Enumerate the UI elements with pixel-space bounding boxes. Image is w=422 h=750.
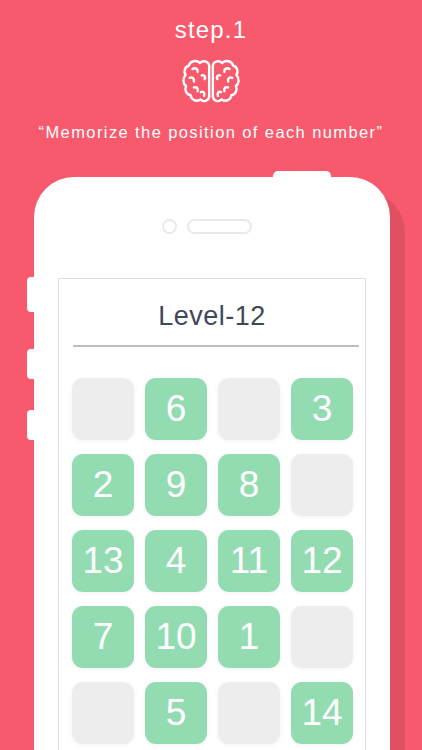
tile-number-label: 2 [93, 464, 114, 506]
tile-empty[interactable] [218, 378, 280, 440]
phone-camera-icon [162, 219, 177, 234]
tile-number-label: 6 [166, 388, 187, 430]
tile-empty[interactable] [291, 606, 353, 668]
tile-number-label: 14 [301, 692, 342, 734]
tile-number[interactable]: 12 [291, 530, 353, 592]
tile-number-label: 8 [239, 464, 260, 506]
tile-number[interactable]: 10 [145, 606, 207, 668]
tile-number-label: 7 [93, 616, 114, 658]
tile-number-label: 9 [166, 464, 187, 506]
tile-number-label: 5 [166, 692, 187, 734]
tile-number-label: 13 [82, 540, 123, 582]
tile-number[interactable]: 5 [145, 682, 207, 744]
tile-number[interactable]: 8 [218, 454, 280, 516]
tile-empty[interactable] [72, 378, 134, 440]
tile-number[interactable]: 4 [145, 530, 207, 592]
tile-number[interactable]: 7 [72, 606, 134, 668]
app-screen: Level-12 6329813411127101514 [58, 278, 366, 750]
level-title: Level-12 [59, 301, 365, 332]
tile-number-label: 11 [230, 540, 268, 582]
tile-number[interactable]: 13 [72, 530, 134, 592]
tile-number-label: 3 [312, 388, 333, 430]
tile-number[interactable]: 3 [291, 378, 353, 440]
tile-number[interactable]: 11 [218, 530, 280, 592]
tile-number[interactable]: 14 [291, 682, 353, 744]
tile-number-label: 1 [239, 616, 260, 658]
tile-number[interactable]: 6 [145, 378, 207, 440]
tile-number[interactable]: 9 [145, 454, 207, 516]
step-title: step.1 [0, 16, 422, 44]
title-divider [73, 345, 359, 347]
tile-grid: 6329813411127101514 [72, 378, 353, 744]
tile-empty[interactable] [291, 454, 353, 516]
tile-number-label: 10 [155, 616, 196, 658]
tile-number[interactable]: 1 [218, 606, 280, 668]
phone-speaker-icon [187, 219, 252, 234]
tile-number[interactable]: 2 [72, 454, 134, 516]
brain-icon [0, 57, 422, 105]
tile-empty[interactable] [72, 682, 134, 744]
instruction-quote: “Memorize the position of each number” [0, 123, 422, 142]
screenshot-root: step.1 “Memorize the position of each nu… [0, 0, 422, 750]
tile-number-label: 12 [301, 540, 342, 582]
tile-empty[interactable] [218, 682, 280, 744]
tile-number-label: 4 [166, 540, 187, 582]
